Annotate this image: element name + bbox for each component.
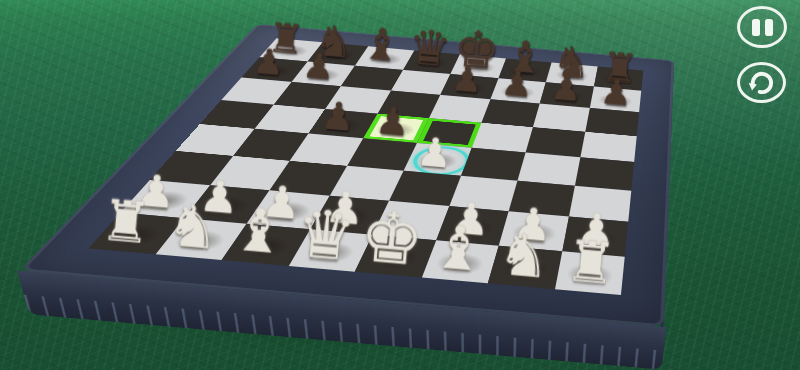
- black-pawn-h7[interactable]: ♟: [590, 74, 642, 111]
- square-h5[interactable]: [580, 132, 637, 162]
- board-scene: ♜♞♝♛♚♝♞♜♟♟♟♟♟♟♟♟♟♟♟♟♟♟♟♟♜♞♝♛♚♝♞♜: [0, 0, 800, 370]
- white-pawn-e4[interactable]: ♟: [404, 131, 464, 174]
- black-pawn-g7[interactable]: ♟: [540, 70, 592, 107]
- square-g4[interactable]: [518, 152, 580, 185]
- white-knight-g1[interactable]: ♞: [488, 226, 559, 287]
- black-pawn-c5[interactable]: ♟: [309, 96, 366, 137]
- pause-icon: [765, 19, 773, 36]
- white-bishop-c1[interactable]: ♝: [223, 201, 294, 263]
- square-f6[interactable]: [481, 99, 540, 127]
- black-pawn-e7[interactable]: ♟: [441, 61, 493, 98]
- square-e6[interactable]: [429, 95, 490, 123]
- square-f5[interactable]: [471, 122, 533, 152]
- restart-icon: [745, 68, 779, 98]
- perspective-container: ♜♞♝♛♚♝♞♜♟♟♟♟♟♟♟♟♟♟♟♟♟♟♟♟♜♞♝♛♚♝♞♜: [0, 0, 800, 370]
- white-queen-d1[interactable]: ♛: [289, 201, 361, 269]
- board-frame: ♜♞♝♛♚♝♞♜♟♟♟♟♟♟♟♟♟♟♟♟♟♟♟♟♜♞♝♛♚♝♞♜: [19, 24, 674, 327]
- pause-icon: [752, 19, 760, 36]
- black-pawn-a7[interactable]: ♟: [242, 44, 294, 81]
- white-bishop-f1[interactable]: ♝: [422, 219, 493, 281]
- restart-button[interactable]: [737, 62, 786, 103]
- black-pawn-b7[interactable]: ♟: [292, 48, 344, 85]
- square-g1[interactable]: ♞: [488, 245, 562, 289]
- square-h1[interactable]: ♜: [554, 251, 624, 295]
- black-pawn-f7[interactable]: ♟: [490, 65, 542, 102]
- black-bishop-c8[interactable]: ♝: [356, 24, 407, 69]
- square-g5[interactable]: [526, 127, 585, 157]
- white-knight-b1[interactable]: ♞: [157, 197, 228, 258]
- chess-board: ♜♞♝♛♚♝♞♜♟♟♟♟♟♟♟♟♟♟♟♟♟♟♟♟♜♞♝♛♚♝♞♜: [89, 38, 644, 295]
- board-frame-right-edge: [659, 61, 674, 370]
- square-a6[interactable]: [222, 78, 292, 105]
- white-rook-a1[interactable]: ♜: [90, 193, 161, 252]
- square-g6[interactable]: [533, 104, 589, 132]
- square-h6[interactable]: [585, 108, 639, 136]
- game-screen: ♜♞♝♛♚♝♞♜♟♟♟♟♟♟♟♟♟♟♟♟♟♟♟♟♜♞♝♛♚♝♞♜: [0, 0, 800, 370]
- white-rook-h1[interactable]: ♜: [555, 234, 626, 293]
- white-king-e1[interactable]: ♚: [356, 202, 428, 275]
- square-c4[interactable]: [290, 134, 363, 166]
- pause-button[interactable]: [737, 6, 787, 48]
- square-f1[interactable]: ♝: [421, 240, 498, 283]
